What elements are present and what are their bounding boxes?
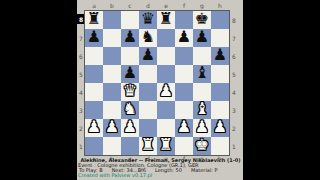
rank-labels-right-6: 6 [230,47,238,65]
file-labels-top-b: b [103,2,121,10]
piece-white-king: ♚ [195,136,209,154]
piece-black-pawn: ♟ [141,46,155,64]
square-g1[interactable]: ♚ [193,137,211,155]
piece-white-bishop: ♝ [195,100,209,118]
piece-black-pawn: ♟ [195,28,209,46]
square-f6[interactable] [175,47,193,65]
square-f7[interactable]: ♟ [175,29,193,47]
rank-labels-left-6: 6 [77,47,85,65]
piece-white-queen: ♛ [123,82,137,100]
chess-board[interactable]: ♜♛♜♚♟♟♞♟♟♟♟♟♝♛♟♞♝♟♟♟♟♟♟♜♜♚ [85,11,229,155]
square-e3[interactable] [157,101,175,119]
piece-black-bishop: ♝ [195,64,209,82]
file-labels-top-c: c [121,2,139,10]
piece-black-rook: ♜ [159,10,173,28]
piece-black-pawn: ♟ [177,28,191,46]
square-b5[interactable] [103,65,121,83]
length-field: Length: 50 [155,168,182,173]
square-a2[interactable]: ♟ [85,119,103,137]
rank-labels-left-2: 2 [77,119,85,137]
square-h8[interactable] [211,11,229,29]
piece-white-pawn: ♟ [159,82,173,100]
square-e7[interactable] [157,29,175,47]
material-field: Material: P [191,168,218,173]
square-f2[interactable]: ♟ [175,119,193,137]
square-a5[interactable] [85,65,103,83]
rank-labels-left-3: 3 [77,101,85,119]
rank-labels-right-5: 5 [230,65,238,83]
rank-labels-left-7: 7 [77,29,85,47]
square-b2[interactable]: ♟ [103,119,121,137]
square-a6[interactable] [85,47,103,65]
square-c1[interactable] [121,137,139,155]
square-f1[interactable] [175,137,193,155]
square-a4[interactable] [85,83,103,101]
piece-black-pawn: ♟ [123,64,137,82]
square-h5[interactable] [211,65,229,83]
rank-labels-right: 87654321 [230,11,238,155]
square-b6[interactable] [103,47,121,65]
piece-white-rook: ♜ [141,136,155,154]
square-h4[interactable] [211,83,229,101]
square-c2[interactable]: ♟ [121,119,139,137]
left-black-bar [0,0,77,180]
rank-labels-right-8: 8 [230,11,238,29]
video-frame: { "game": "chess", "position": { "fen": … [0,0,320,180]
square-c7[interactable]: ♟ [121,29,139,47]
black-to-move-indicator: 8 [77,14,85,24]
rank-labels-left: 87654321 [77,11,85,155]
piece-black-rook: ♜ [87,10,101,28]
piece-black-pawn: ♟ [213,46,227,64]
piece-white-pawn: ♟ [195,118,209,136]
file-labels-top-f: f [175,2,193,10]
square-e6[interactable] [157,47,175,65]
square-h2[interactable]: ♟ [211,119,229,137]
square-d1[interactable]: ♜ [139,137,157,155]
piece-white-rook: ♜ [159,136,173,154]
rank-labels-right-7: 7 [230,29,238,47]
square-b7[interactable] [103,29,121,47]
piece-white-knight: ♞ [123,100,137,118]
rank-labels-right-2: 2 [230,119,238,137]
piece-black-pawn: ♟ [123,28,137,46]
piece-white-pawn: ♟ [213,118,227,136]
square-h6[interactable]: ♟ [211,47,229,65]
piece-black-knight: ♞ [141,28,155,46]
square-f4[interactable] [175,83,193,101]
piece-white-pawn: ♟ [177,118,191,136]
square-b1[interactable] [103,137,121,155]
right-black-bar [243,0,320,180]
square-e1[interactable]: ♜ [157,137,175,155]
square-d5[interactable] [139,65,157,83]
file-labels-top-h: h [211,2,229,10]
rank-labels-left-1: 1 [77,137,85,155]
square-b8[interactable] [103,11,121,29]
piece-black-king: ♚ [195,10,209,28]
square-g7[interactable]: ♟ [193,29,211,47]
rank-labels-right-1: 1 [230,137,238,155]
piece-white-pawn: ♟ [105,118,119,136]
square-h1[interactable] [211,137,229,155]
piece-black-queen: ♛ [141,10,155,28]
square-f5[interactable] [175,65,193,83]
piece-white-pawn: ♟ [87,118,101,136]
square-d3[interactable] [139,101,157,119]
piece-black-pawn: ♟ [87,28,101,46]
piece-white-pawn: ♟ [123,118,137,136]
credit-line: Created with Palview v0.17.pl [78,173,243,178]
square-d4[interactable] [139,83,157,101]
square-g5[interactable]: ♝ [193,65,211,83]
rank-labels-left-5: 5 [77,65,85,83]
rank-labels-right-4: 4 [230,83,238,101]
rank-labels-right-3: 3 [230,101,238,119]
square-a7[interactable]: ♟ [85,29,103,47]
square-e4[interactable]: ♟ [157,83,175,101]
square-e8[interactable]: ♜ [157,11,175,29]
square-b4[interactable] [103,83,121,101]
rank-labels-left-4: 4 [77,83,85,101]
square-a1[interactable] [85,137,103,155]
square-d6[interactable]: ♟ [139,47,157,65]
game-info-panel: Alekhine, Alexander -- Freiman, Sergey N… [78,158,243,178]
